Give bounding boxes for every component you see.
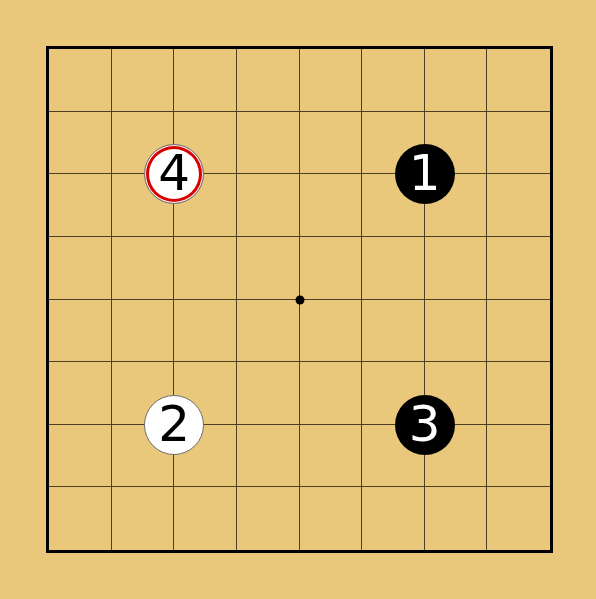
stone-move-2-white[interactable]: 2	[144, 395, 204, 455]
stone-number: 4	[158, 148, 190, 198]
stone-number: 1	[409, 148, 441, 198]
stone-move-1-black[interactable]: 1	[395, 144, 455, 204]
go-board[interactable]: 1234	[46, 46, 553, 553]
star-point-tengen	[295, 295, 304, 304]
stone-number: 2	[158, 399, 190, 449]
stone-move-4-white[interactable]: 4	[144, 144, 204, 204]
stone-move-3-black[interactable]: 3	[395, 395, 455, 455]
go-diagram: 1234	[0, 0, 596, 599]
stone-number: 3	[409, 399, 441, 449]
board-overlay: 1234	[49, 49, 550, 550]
